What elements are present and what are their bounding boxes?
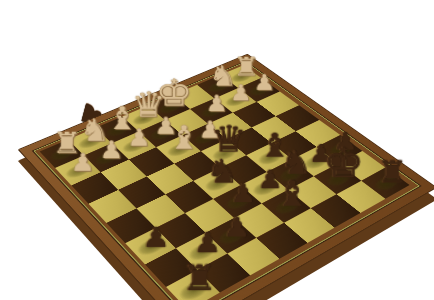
black-pawn-d6[interactable]: ♟ bbox=[231, 181, 257, 207]
white-king-e1[interactable]: ♚ bbox=[156, 75, 193, 112]
white-pawn-c2[interactable]: ♟ bbox=[127, 126, 151, 150]
chess-board: ♜♞♝♛♚♞♜♟♟♟♟♟♟♟♝♟♛♞♝♟♟♟♞♟♟♟♟♝♚♜♜ bbox=[19, 55, 434, 300]
piece-shadow bbox=[223, 93, 251, 108]
square-g4[interactable] bbox=[252, 116, 296, 143]
frame-pinstripe: ♜♞♝♛♚♞♜♟♟♟♟♟♟♟♝♟♛♞♝♟♟♟♞♟♟♟♟♝♚♜♜ bbox=[33, 61, 420, 300]
square-d2[interactable]: ♟ bbox=[139, 120, 183, 147]
square-d1[interactable]: ♛ bbox=[122, 106, 165, 132]
square-h1[interactable]: ♜ bbox=[221, 65, 262, 88]
square-h8[interactable]: ♜ bbox=[361, 168, 409, 199]
square-c1[interactable]: ♝ bbox=[96, 116, 139, 143]
board-grid: ♜♞♝♛♚♞♜♟♟♟♟♟♟♟♝♟♛♞♝♟♟♟♞♟♟♟♟♝♚♜♜ bbox=[40, 65, 410, 300]
square-f2[interactable]: ♟ bbox=[190, 98, 233, 123]
white-pawn-g2[interactable]: ♟ bbox=[230, 82, 252, 104]
piece-shadow bbox=[156, 100, 184, 116]
square-c2[interactable]: ♟ bbox=[112, 132, 156, 160]
piece-shadow bbox=[147, 126, 176, 143]
black-pawn-b7[interactable]: ♟ bbox=[194, 230, 221, 258]
square-g2[interactable]: ♟ bbox=[215, 88, 257, 113]
white-knight-g1[interactable]: ♞ bbox=[209, 62, 237, 90]
square-f1[interactable] bbox=[173, 85, 215, 109]
white-pawn-e3[interactable]: ♟ bbox=[199, 118, 222, 141]
piece-shadow bbox=[164, 141, 194, 159]
white-pawn-b2[interactable]: ♟ bbox=[99, 138, 123, 162]
page-background: { "game": "chess", "scene": { "descripti… bbox=[0, 0, 434, 300]
piece-shadow bbox=[246, 83, 273, 98]
square-f3[interactable] bbox=[208, 113, 252, 140]
board-wrap: ♜♞♝♛♚♞♜♟♟♟♟♟♟♟♝♟♛♞♝♟♟♟♞♟♟♟♟♝♚♜♜ bbox=[96, 42, 348, 294]
square-e3[interactable]: ♟ bbox=[183, 124, 227, 151]
white-pawn-a2[interactable]: ♟ bbox=[71, 151, 96, 176]
board-frame: ♜♞♝♛♚♞♜♟♟♟♟♟♟♟♝♟♛♞♝♟♟♟♞♟♟♟♟♝♚♜♜ bbox=[19, 55, 434, 300]
piece-shadow bbox=[191, 129, 220, 146]
black-pawn-a6[interactable]: ♟ bbox=[143, 225, 170, 252]
white-pawn-h2[interactable]: ♟ bbox=[254, 72, 276, 94]
black-bishop-e7[interactable]: ♝ bbox=[275, 177, 310, 212]
white-bishop-c1[interactable]: ♝ bbox=[107, 103, 139, 134]
piece-shadow bbox=[92, 149, 122, 167]
square-d3[interactable]: ♝ bbox=[156, 135, 201, 163]
piece-shadow bbox=[228, 70, 255, 84]
square-f4[interactable] bbox=[227, 128, 272, 156]
white-rook-h1[interactable]: ♜ bbox=[233, 54, 259, 80]
piece-shadow bbox=[120, 137, 150, 154]
square-g3[interactable] bbox=[233, 102, 276, 128]
white-knight-b1[interactable]: ♞ bbox=[79, 115, 110, 146]
square-h2[interactable]: ♟ bbox=[238, 78, 279, 102]
square-h3[interactable] bbox=[257, 91, 299, 116]
black-king-g7[interactable]: ♚ bbox=[324, 143, 365, 184]
square-h4[interactable] bbox=[276, 105, 319, 131]
square-b3[interactable] bbox=[101, 160, 147, 190]
square-e2[interactable] bbox=[165, 109, 208, 135]
white-pawn-f2[interactable]: ♟ bbox=[206, 93, 229, 116]
piece-shadow bbox=[205, 80, 232, 95]
piece-shadow bbox=[130, 111, 158, 127]
black-pawn-c7[interactable]: ♟ bbox=[224, 214, 251, 241]
white-pawn-d2[interactable]: ♟ bbox=[154, 115, 177, 138]
white-bishop-d3[interactable]: ♝ bbox=[168, 122, 200, 154]
piece-shadow bbox=[103, 122, 132, 139]
square-e1[interactable]: ♚ bbox=[148, 95, 190, 120]
black-rook-h8[interactable]: ♜ bbox=[377, 158, 408, 189]
piece-shadow bbox=[198, 104, 226, 120]
square-g1[interactable]: ♞ bbox=[197, 75, 238, 99]
white-queen-d1[interactable]: ♛ bbox=[131, 88, 166, 123]
chess-scene: ♟ ♜♞♝♛♚♞♜♟♟♟♟♟♟♟♝♟♛♞♝♟♟♟♞♟♟♟♟♝♚♜♜ bbox=[0, 0, 434, 300]
black-rook-a8[interactable]: ♜ bbox=[182, 261, 217, 296]
